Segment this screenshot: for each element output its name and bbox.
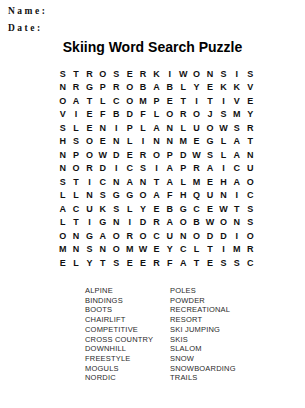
grid-cell-r15c7: E (136, 256, 149, 270)
grid-cell-r12c11: B (190, 216, 203, 230)
grid-cell-r2c3: G (83, 81, 96, 95)
grid-cell-r6c3: O (83, 135, 96, 149)
grid-cell-r9c7: N (136, 175, 149, 189)
grid-cell-r5c9: N (163, 121, 176, 135)
grid-cell-r11c3: U (83, 202, 96, 216)
grid-cell-r5c5: I (110, 121, 123, 135)
grid-cell-r8c14: C (230, 162, 243, 176)
name-label: Name: (8, 3, 47, 20)
grid-cell-r1c8: K (150, 67, 163, 81)
grid-cell-r13c11: O (190, 229, 203, 243)
grid-cell-r12c10: O (177, 216, 190, 230)
grid-cell-r6c7: I (136, 135, 149, 149)
grid-cell-r2c1: N (56, 81, 69, 95)
grid-cell-r14c6: M (123, 243, 136, 257)
grid-cell-r9c3: I (83, 175, 96, 189)
grid-cell-r11c9: B (163, 202, 176, 216)
grid-cell-r2c8: A (150, 81, 163, 95)
grid-cell-r4c13: S (217, 108, 230, 122)
grid-cell-r6c15: T (243, 135, 256, 149)
grid-cell-r1c13: S (217, 67, 230, 81)
grid-cell-r5c4: N (96, 121, 109, 135)
grid-cell-r12c1: L (56, 216, 69, 230)
grid-cell-r6c13: L (217, 135, 230, 149)
grid-cell-r2c10: L (177, 81, 190, 95)
grid-cell-r10c14: I (230, 189, 243, 203)
grid-cell-r15c12: E (203, 256, 216, 270)
grid-cell-r2c6: O (123, 81, 136, 95)
grid-cell-r1c9: I (163, 67, 176, 81)
grid-cell-r6c5: N (110, 135, 123, 149)
grid-cell-r7c12: S (203, 148, 216, 162)
grid-cell-r8c8: I (150, 162, 163, 176)
grid-cell-r8c13: I (217, 162, 230, 176)
grid-cell-r6c14: A (230, 135, 243, 149)
grid-cell-r7c2: P (69, 148, 82, 162)
grid-cell-r11c1: A (56, 202, 69, 216)
grid-cell-r9c13: H (217, 175, 230, 189)
grid-cell-r9c1: S (56, 175, 69, 189)
word-list: ALPINEBINDINGSBOOTSCHAIRLIFTCOMPETITIVEC… (85, 286, 255, 383)
grid-cell-r13c14: I (230, 229, 243, 243)
grid-cell-r10c1: L (56, 189, 69, 203)
grid-cell-r14c1: M (56, 243, 69, 257)
word-list-item: COMPETITIVE (85, 325, 170, 335)
grid-cell-r14c7: W (136, 243, 149, 257)
grid-cell-r9c5: N (110, 175, 123, 189)
grid-cell-r15c1: E (56, 256, 69, 270)
grid-cell-r10c11: Q (190, 189, 203, 203)
word-list-item: TRAILS (170, 373, 255, 383)
grid-cell-r10c10: H (177, 189, 190, 203)
grid-cell-r3c4: L (96, 94, 109, 108)
grid-cell-r4c11: O (190, 108, 203, 122)
word-list-item: RECREATIONAL (170, 305, 255, 315)
grid-cell-r10c15: C (243, 189, 256, 203)
grid-cell-r11c5: S (110, 202, 123, 216)
grid-cell-r9c10: L (177, 175, 190, 189)
grid-cell-r14c10: C (177, 243, 190, 257)
word-list-item: CROSS COUNTRY (85, 335, 170, 345)
grid-cell-r1c11: O (190, 67, 203, 81)
grid-cell-r5c7: L (136, 121, 149, 135)
grid-cell-r5c13: W (217, 121, 230, 135)
grid-cell-r3c15: E (243, 94, 256, 108)
grid-cell-r2c13: K (217, 81, 230, 95)
grid-cell-r11c12: E (203, 202, 216, 216)
grid-cell-r5c15: R (243, 121, 256, 135)
grid-cell-r13c13: D (217, 229, 230, 243)
grid-cell-r1c5: S (110, 67, 123, 81)
grid-cell-r2c7: B (136, 81, 149, 95)
grid-cell-r2c5: R (110, 81, 123, 95)
word-list-item: POWDER (170, 296, 255, 306)
word-list-item: SKI JUMPING (170, 325, 255, 335)
word-list-item: BINDINGS (85, 296, 170, 306)
grid-cell-r5c14: S (230, 121, 243, 135)
grid-cell-r1c14: I (230, 67, 243, 81)
grid-cell-r12c7: D (136, 216, 149, 230)
grid-cell-r2c4: P (96, 81, 109, 95)
grid-cell-r15c4: T (96, 256, 109, 270)
grid-cell-r6c1: H (56, 135, 69, 149)
grid-cell-r12c8: R (150, 216, 163, 230)
grid-cell-r7c9: P (163, 148, 176, 162)
grid-cell-r12c4: G (96, 216, 109, 230)
grid-cell-r1c15: S (243, 67, 256, 81)
grid-cell-r8c9: A (163, 162, 176, 176)
grid-cell-r1c10: W (177, 67, 190, 81)
grid-cell-r4c8: L (150, 108, 163, 122)
grid-cell-r12c5: N (110, 216, 123, 230)
grid-cell-r6c2: S (69, 135, 82, 149)
grid-cell-r14c4: N (96, 243, 109, 257)
grid-cell-r9c11: M (190, 175, 203, 189)
grid-cell-r8c12: A (203, 162, 216, 176)
grid-cell-r8c6: C (123, 162, 136, 176)
grid-cell-r11c10: G (177, 202, 190, 216)
grid-cell-r12c2: T (69, 216, 82, 230)
grid-cell-r1c4: O (96, 67, 109, 81)
grid-cell-r10c5: G (110, 189, 123, 203)
grid-cell-r13c3: G (83, 229, 96, 243)
grid-cell-r3c9: E (163, 94, 176, 108)
grid-cell-r6c4: E (96, 135, 109, 149)
grid-cell-r13c12: D (203, 229, 216, 243)
grid-cell-r5c10: L (177, 121, 190, 135)
grid-cell-r7c3: O (83, 148, 96, 162)
grid-cell-r11c15: S (243, 202, 256, 216)
grid-cell-r4c4: F (96, 108, 109, 122)
word-list-item: BOOTS (85, 305, 170, 315)
grid-cell-r4c1: V (56, 108, 69, 122)
grid-cell-r4c2: I (69, 108, 82, 122)
grid-cell-r8c10: P (177, 162, 190, 176)
word-list-item: RESORT (170, 315, 255, 325)
grid-cell-r6c10: M (177, 135, 190, 149)
grid-cell-r13c9: U (163, 229, 176, 243)
grid-cell-r5c8: A (150, 121, 163, 135)
grid-cell-r13c7: O (136, 229, 149, 243)
grid-cell-r3c12: T (203, 94, 216, 108)
grid-cell-r15c8: R (150, 256, 163, 270)
grid-cell-r4c5: B (110, 108, 123, 122)
word-list-item: FREESTYLE (85, 354, 170, 364)
grid-cell-r12c14: N (230, 216, 243, 230)
worksheet-page: Name: Date: Skiing Word Search Puzzle ST… (0, 0, 305, 408)
date-label: Date: (8, 20, 47, 37)
grid-cell-r15c11: T (190, 256, 203, 270)
grid-cell-r7c6: E (123, 148, 136, 162)
grid-cell-r14c3: S (83, 243, 96, 257)
grid-cell-r14c12: T (203, 243, 216, 257)
grid-cell-r10c8: A (150, 189, 163, 203)
grid-cell-r3c3: T (83, 94, 96, 108)
grid-cell-r1c12: N (203, 67, 216, 81)
grid-cell-r11c7: Y (136, 202, 149, 216)
word-list-item: SKIS (170, 335, 255, 345)
grid-cell-r14c14: M (230, 243, 243, 257)
grid-cell-r5c6: P (123, 121, 136, 135)
grid-cell-r10c2: L (69, 189, 82, 203)
grid-cell-r14c5: O (110, 243, 123, 257)
grid-cell-r2c15: V (243, 81, 256, 95)
grid-cell-r14c9: Y (163, 243, 176, 257)
word-list-item: POLES (170, 286, 255, 296)
grid-cell-r3c8: P (150, 94, 163, 108)
grid-cell-r9c2: T (69, 175, 82, 189)
grid-cell-r10c3: N (83, 189, 96, 203)
grid-cell-r13c1: O (56, 229, 69, 243)
grid-cell-r9c4: C (96, 175, 109, 189)
grid-cell-r13c4: A (96, 229, 109, 243)
word-list-item: SNOW (170, 354, 255, 364)
grid-cell-r13c5: O (110, 229, 123, 243)
grid-cell-r8c15: U (243, 162, 256, 176)
grid-cell-r8c5: I (110, 162, 123, 176)
grid-cell-r4c15: Y (243, 108, 256, 122)
grid-cell-r12c15: S (243, 216, 256, 230)
grid-cell-r4c10: R (177, 108, 190, 122)
grid-cell-r12c13: O (217, 216, 230, 230)
grid-cell-r3c10: T (177, 94, 190, 108)
word-list-column-2: POLESPOWDERRECREATIONALRESORTSKI JUMPING… (170, 286, 255, 383)
grid-cell-r2c11: Y (190, 81, 203, 95)
grid-cell-r8c4: D (96, 162, 109, 176)
grid-cell-r10c6: G (123, 189, 136, 203)
grid-cell-r9c12: E (203, 175, 216, 189)
grid-cell-r8c3: R (83, 162, 96, 176)
grid-cell-r11c2: C (69, 202, 82, 216)
grid-cell-r4c12: J (203, 108, 216, 122)
grid-cell-r4c14: M (230, 108, 243, 122)
grid-cell-r10c13: N (217, 189, 230, 203)
grid-cell-r15c3: Y (83, 256, 96, 270)
grid-cell-r3c2: A (69, 94, 82, 108)
grid-cell-r15c10: A (177, 256, 190, 270)
grid-cell-r1c1: S (56, 67, 69, 81)
grid-cell-r10c4: S (96, 189, 109, 203)
grid-cell-r7c10: D (177, 148, 190, 162)
grid-cell-r5c11: U (190, 121, 203, 135)
grid-cell-r7c13: L (217, 148, 230, 162)
grid-cell-r4c7: F (136, 108, 149, 122)
grid-cell-r14c13: I (217, 243, 230, 257)
grid-cell-r5c12: O (203, 121, 216, 135)
grid-cell-r1c2: T (69, 67, 82, 81)
grid-cell-r7c15: N (243, 148, 256, 162)
grid-cell-r6c6: L (123, 135, 136, 149)
grid-cell-r12c3: I (83, 216, 96, 230)
grid-cell-r13c2: N (69, 229, 82, 243)
grid-cell-r15c5: S (110, 256, 123, 270)
grid-cell-r3c14: V (230, 94, 243, 108)
grid-cell-r3c11: I (190, 94, 203, 108)
grid-cell-r15c14: S (230, 256, 243, 270)
grid-cell-r13c15: O (243, 229, 256, 243)
grid-cell-r2c12: E (203, 81, 216, 95)
grid-cell-r11c4: K (96, 202, 109, 216)
grid-cell-r6c11: E (190, 135, 203, 149)
grid-cell-r2c2: R (69, 81, 82, 95)
grid-cell-r7c5: D (110, 148, 123, 162)
grid-cell-r3c13: I (217, 94, 230, 108)
word-list-column-1: ALPINEBINDINGSBOOTSCHAIRLIFTCOMPETITIVEC… (85, 286, 170, 383)
grid-cell-r9c9: A (163, 175, 176, 189)
grid-cell-r2c9: B (163, 81, 176, 95)
grid-cell-r6c9: N (163, 135, 176, 149)
grid-cell-r11c13: W (217, 202, 230, 216)
grid-cell-r8c11: R (190, 162, 203, 176)
grid-cell-r1c7: R (136, 67, 149, 81)
grid-cell-r3c5: C (110, 94, 123, 108)
grid-cell-r8c7: S (136, 162, 149, 176)
grid-cell-r14c8: E (150, 243, 163, 257)
grid-cell-r14c11: L (190, 243, 203, 257)
grid-cell-r11c11: C (190, 202, 203, 216)
grid-cell-r9c8: T (150, 175, 163, 189)
grid-cell-r3c1: O (56, 94, 69, 108)
word-list-item: CHAIRLIFT (85, 315, 170, 325)
grid-cell-r4c9: O (163, 108, 176, 122)
grid-cell-r5c3: E (83, 121, 96, 135)
grid-cell-r11c14: T (230, 202, 243, 216)
word-list-item: MOGULS (85, 364, 170, 374)
grid-cell-r7c14: A (230, 148, 243, 162)
grid-cell-r1c6: E (123, 67, 136, 81)
grid-cell-r8c1: N (56, 162, 69, 176)
grid-cell-r3c7: M (136, 94, 149, 108)
grid-cell-r2c14: K (230, 81, 243, 95)
grid-cell-r13c8: C (150, 229, 163, 243)
grid-cell-r7c8: O (150, 148, 163, 162)
word-list-item: DOWNHILL (85, 344, 170, 354)
grid-cell-r14c15: R (243, 243, 256, 257)
grid-cell-r9c15: O (243, 175, 256, 189)
word-list-item: ALPINE (85, 286, 170, 296)
word-list-item: SNOWBOARDING (170, 364, 255, 374)
grid-cell-r10c12: U (203, 189, 216, 203)
grid-cell-r11c6: L (123, 202, 136, 216)
grid-cell-r15c9: F (163, 256, 176, 270)
header-fields: Name: Date: (8, 3, 47, 36)
grid-cell-r3c6: O (123, 94, 136, 108)
word-search-grid: STROSERKIWONSISNRGPROBABLYEKKVOATLCOMPET… (56, 67, 257, 270)
grid-cell-r7c4: W (96, 148, 109, 162)
grid-cell-r9c14: A (230, 175, 243, 189)
grid-cell-r15c2: L (69, 256, 82, 270)
grid-cell-r8c2: O (69, 162, 82, 176)
grid-cell-r7c11: W (190, 148, 203, 162)
grid-cell-r10c9: F (163, 189, 176, 203)
grid-cell-r12c6: I (123, 216, 136, 230)
grid-cell-r4c3: E (83, 108, 96, 122)
grid-cell-r15c15: C (243, 256, 256, 270)
grid-cell-r12c9: A (163, 216, 176, 230)
grid-cell-r5c2: L (69, 121, 82, 135)
grid-cell-r7c7: R (136, 148, 149, 162)
puzzle-title: Skiing Word Search Puzzle (0, 39, 305, 55)
grid-cell-r1c3: R (83, 67, 96, 81)
word-list-item: SLALOM (170, 344, 255, 354)
grid-cell-r6c12: G (203, 135, 216, 149)
grid-cell-r10c7: O (136, 189, 149, 203)
grid-cell-r6c8: N (150, 135, 163, 149)
word-list-item: NORDIC (85, 373, 170, 383)
grid-cell-r11c8: E (150, 202, 163, 216)
grid-cell-r12c12: W (203, 216, 216, 230)
grid-cell-r13c6: R (123, 229, 136, 243)
grid-cell-r7c1: N (56, 148, 69, 162)
grid-cell-r13c10: N (177, 229, 190, 243)
grid-cell-r15c13: S (217, 256, 230, 270)
grid-cell-r5c1: S (56, 121, 69, 135)
grid-cell-r15c6: E (123, 256, 136, 270)
grid-cell-r14c2: N (69, 243, 82, 257)
grid-cell-r4c6: D (123, 108, 136, 122)
grid-cell-r9c6: A (123, 175, 136, 189)
